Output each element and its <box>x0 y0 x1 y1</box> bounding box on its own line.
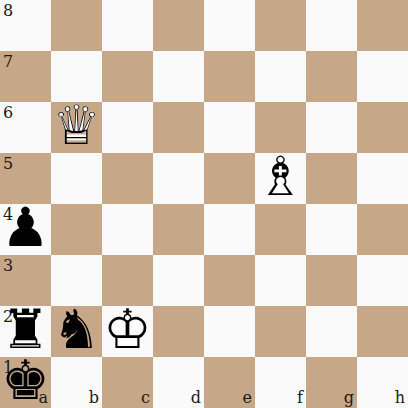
square-f5[interactable]: ♝♗ <box>255 153 306 204</box>
file-label-e: e <box>243 390 252 406</box>
chess-board[interactable]: 876♛♕5♝♗4♟32♜♞♚♔1a♚bcdefgh <box>0 0 408 408</box>
square-e1[interactable]: e <box>204 357 255 408</box>
black-knight[interactable]: ♞ <box>51 306 102 357</box>
square-b5[interactable] <box>51 153 102 204</box>
square-d7[interactable] <box>153 51 204 102</box>
square-h5[interactable] <box>357 153 408 204</box>
square-f7[interactable] <box>255 51 306 102</box>
black-pawn-glyph: ♟ <box>0 202 51 253</box>
square-b6[interactable]: ♛♕ <box>51 102 102 153</box>
square-d3[interactable] <box>153 255 204 306</box>
square-h1[interactable]: h <box>357 357 408 408</box>
white-queen[interactable]: ♛♕ <box>51 102 102 153</box>
square-g2[interactable] <box>306 306 357 357</box>
square-d6[interactable] <box>153 102 204 153</box>
square-f1[interactable]: f <box>255 357 306 408</box>
square-e5[interactable] <box>204 153 255 204</box>
square-h6[interactable] <box>357 102 408 153</box>
square-e3[interactable] <box>204 255 255 306</box>
square-c1[interactable]: c <box>102 357 153 408</box>
white-king-outline-glyph: ♔ <box>102 304 153 355</box>
square-c8[interactable] <box>102 0 153 51</box>
square-b1[interactable]: b <box>51 357 102 408</box>
white-queen-outline-glyph: ♕ <box>51 100 102 151</box>
square-e4[interactable] <box>204 204 255 255</box>
square-b2[interactable]: ♞ <box>51 306 102 357</box>
black-knight-glyph: ♞ <box>51 304 102 355</box>
square-c2[interactable]: ♚♔ <box>102 306 153 357</box>
black-king-glyph: ♚ <box>0 355 51 406</box>
square-h2[interactable] <box>357 306 408 357</box>
square-g5[interactable] <box>306 153 357 204</box>
square-b4[interactable] <box>51 204 102 255</box>
file-label-c: c <box>141 390 150 406</box>
file-label-f: f <box>297 390 303 406</box>
square-a4[interactable]: 4♟ <box>0 204 51 255</box>
square-a8[interactable]: 8 <box>0 0 51 51</box>
square-f3[interactable] <box>255 255 306 306</box>
square-e7[interactable] <box>204 51 255 102</box>
square-c4[interactable] <box>102 204 153 255</box>
square-c7[interactable] <box>102 51 153 102</box>
rank-label-6: 6 <box>3 105 13 121</box>
file-label-h: h <box>395 390 405 406</box>
square-g7[interactable] <box>306 51 357 102</box>
square-c5[interactable] <box>102 153 153 204</box>
square-h3[interactable] <box>357 255 408 306</box>
square-c6[interactable] <box>102 102 153 153</box>
rank-label-8: 8 <box>3 3 13 19</box>
white-bishop-outline-glyph: ♗ <box>255 151 306 202</box>
square-g6[interactable] <box>306 102 357 153</box>
white-bishop[interactable]: ♝♗ <box>255 153 306 204</box>
square-a7[interactable]: 7 <box>0 51 51 102</box>
square-g8[interactable] <box>306 0 357 51</box>
square-e8[interactable] <box>204 0 255 51</box>
rank-label-5: 5 <box>3 156 13 172</box>
rank-label-7: 7 <box>3 54 13 70</box>
square-h4[interactable] <box>357 204 408 255</box>
square-g4[interactable] <box>306 204 357 255</box>
square-f8[interactable] <box>255 0 306 51</box>
square-g3[interactable] <box>306 255 357 306</box>
white-king[interactable]: ♚♔ <box>102 306 153 357</box>
square-h7[interactable] <box>357 51 408 102</box>
square-d2[interactable] <box>153 306 204 357</box>
square-a1[interactable]: 1a♚ <box>0 357 51 408</box>
square-d5[interactable] <box>153 153 204 204</box>
black-pawn[interactable]: ♟ <box>0 204 51 255</box>
black-rook-glyph: ♜ <box>0 304 51 355</box>
file-label-g: g <box>344 390 354 406</box>
square-f4[interactable] <box>255 204 306 255</box>
square-h8[interactable] <box>357 0 408 51</box>
file-label-d: d <box>191 390 201 406</box>
black-king[interactable]: ♚ <box>0 357 51 408</box>
square-g1[interactable]: g <box>306 357 357 408</box>
square-e2[interactable] <box>204 306 255 357</box>
square-d4[interactable] <box>153 204 204 255</box>
file-label-b: b <box>89 390 99 406</box>
rank-label-3: 3 <box>3 258 13 274</box>
square-a6[interactable]: 6 <box>0 102 51 153</box>
square-e6[interactable] <box>204 102 255 153</box>
square-d8[interactable] <box>153 0 204 51</box>
square-b8[interactable] <box>51 0 102 51</box>
square-d1[interactable]: d <box>153 357 204 408</box>
square-f2[interactable] <box>255 306 306 357</box>
